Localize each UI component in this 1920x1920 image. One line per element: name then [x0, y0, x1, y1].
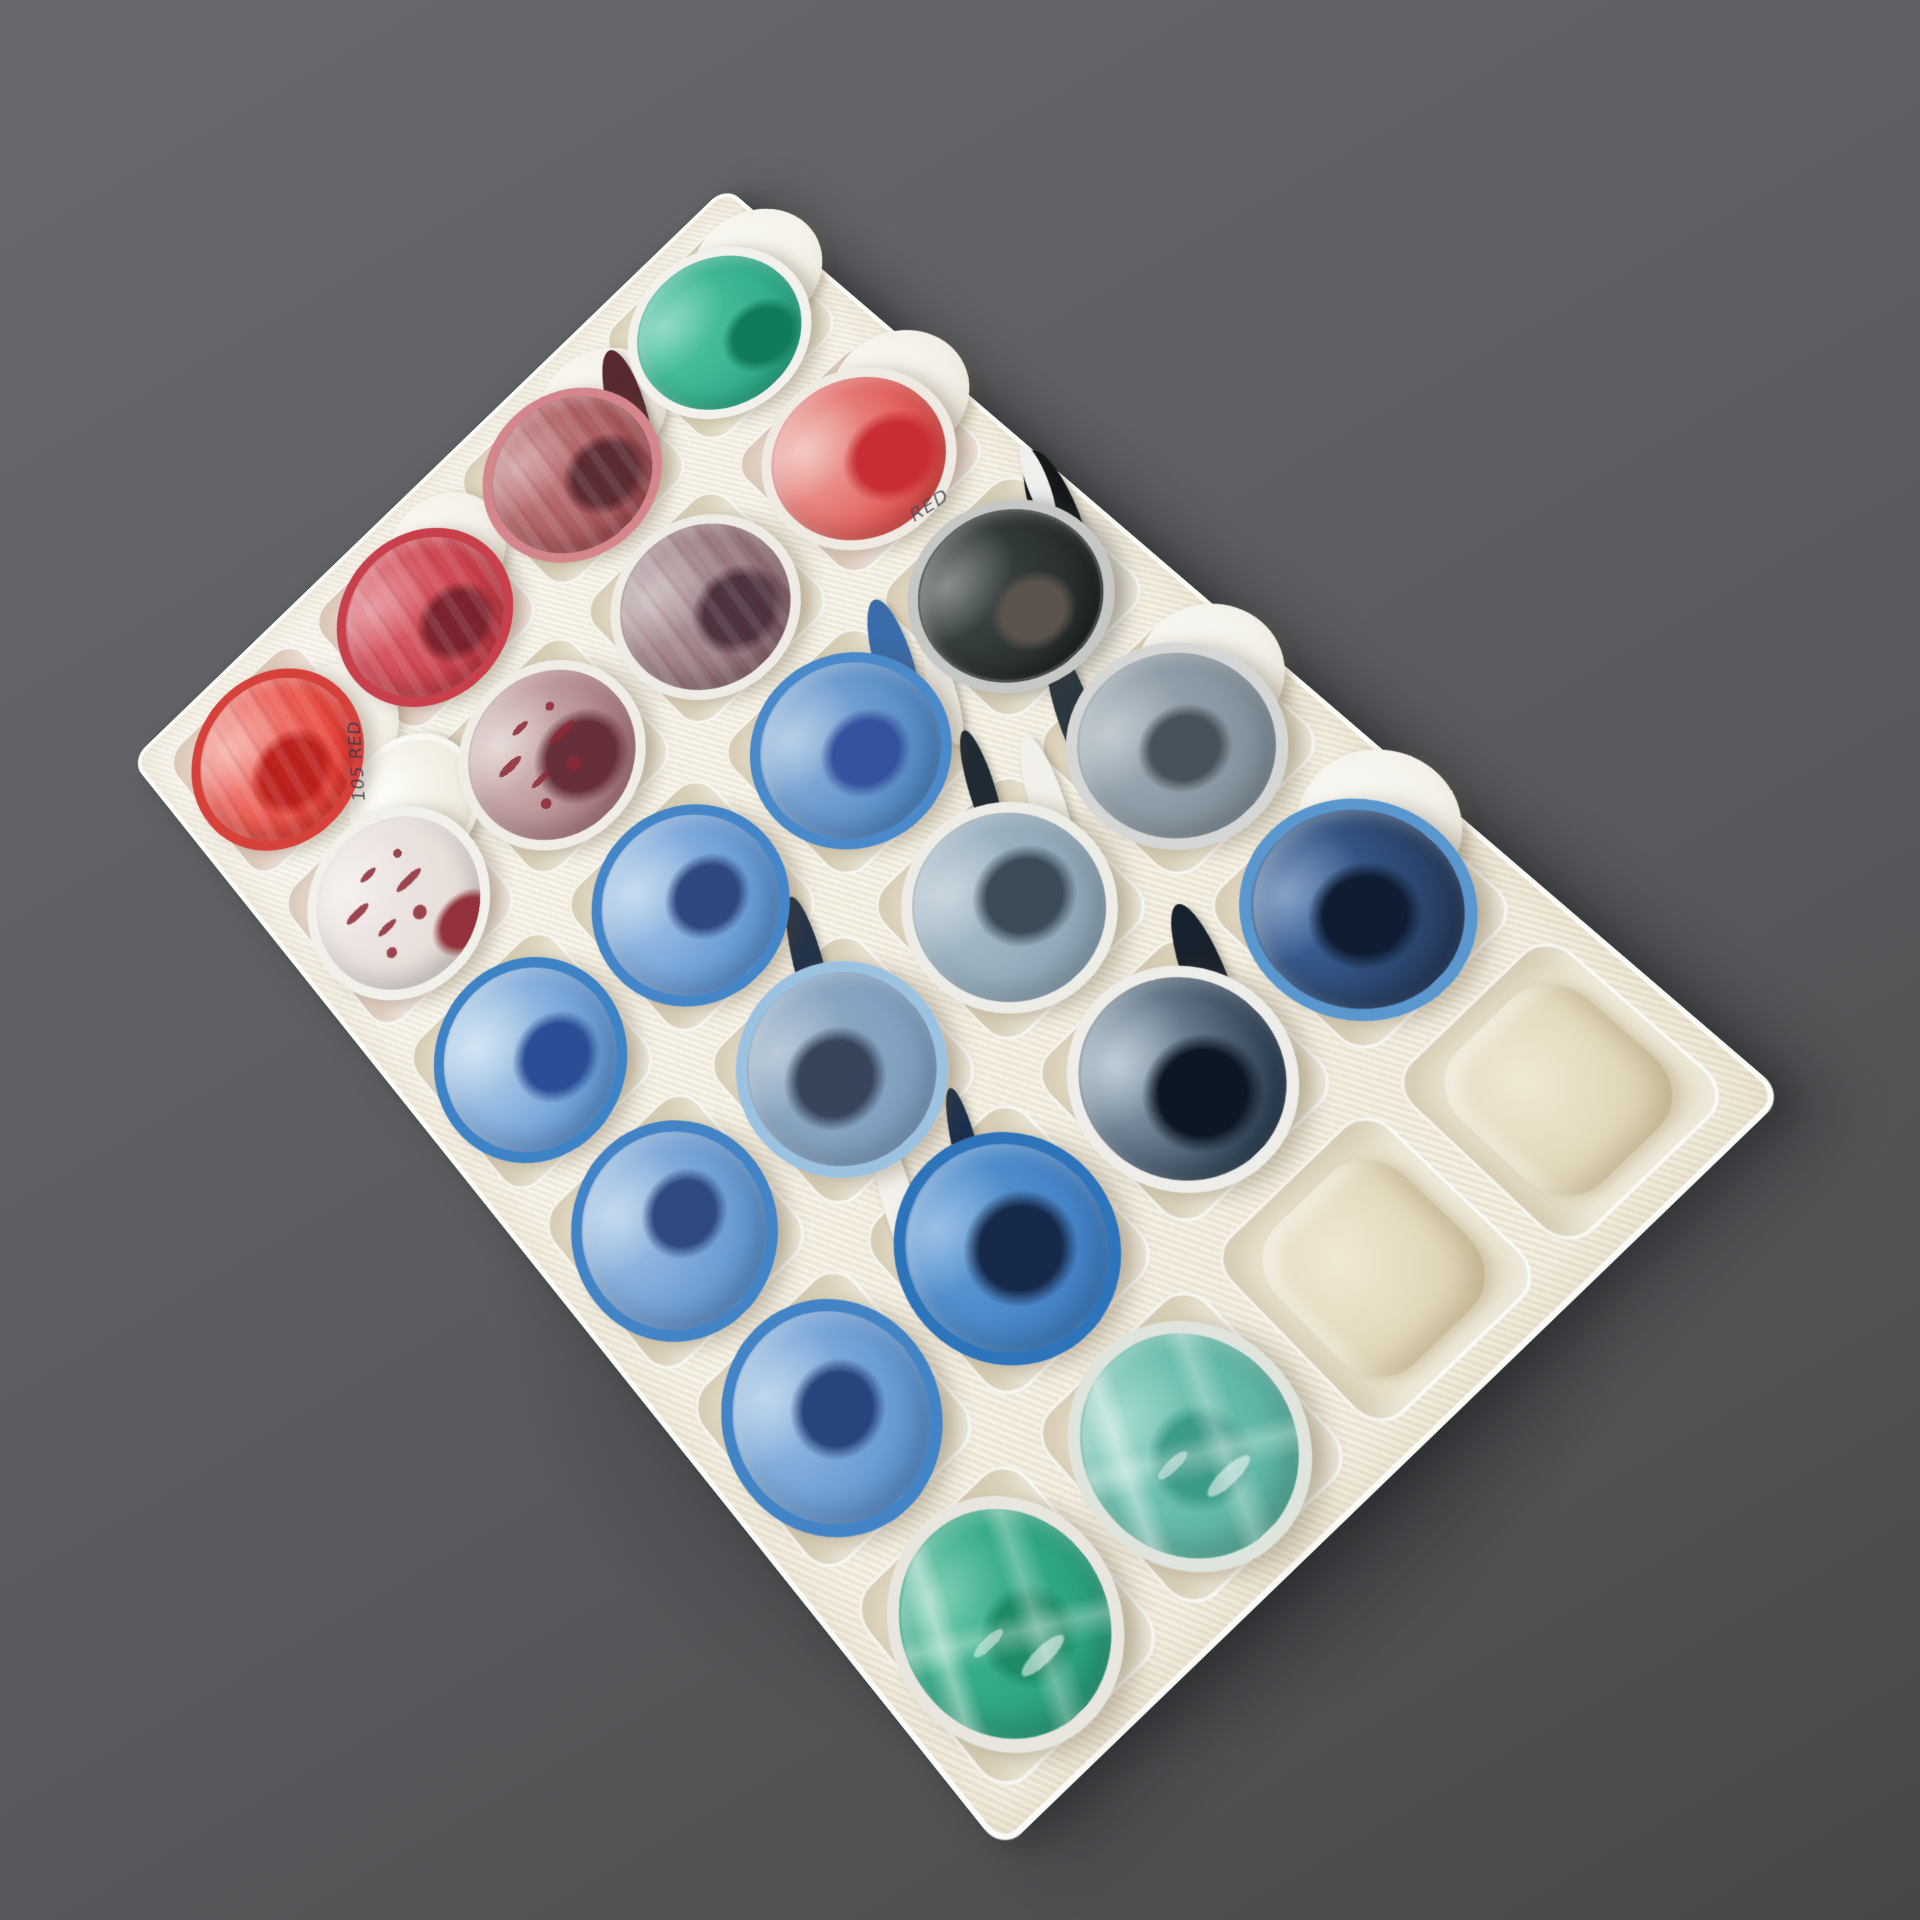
paint-pool: [420, 874, 513, 971]
scene-paint-tray-photo: 105 REDRED: [0, 0, 1920, 1920]
paint-pool: [763, 1005, 908, 1153]
paint-pool: [400, 564, 514, 680]
paint-pool: [1127, 1383, 1276, 1535]
paint-pool: [516, 689, 649, 824]
paint-pool: [1284, 840, 1447, 992]
paint-pool: [1118, 686, 1253, 812]
paint-pool: [647, 836, 768, 959]
empty-cell-dome: [1241, 1139, 1507, 1399]
paint-pool: [802, 691, 931, 817]
paint-pool: [771, 1338, 906, 1482]
paint-pool: [951, 824, 1099, 968]
paint-pool: [960, 1562, 1100, 1711]
paint-pool: [495, 992, 619, 1123]
paint-pool: [1117, 1010, 1288, 1177]
paint-pool: [234, 710, 352, 835]
paint-pool: [706, 283, 819, 388]
paint-pool: [545, 416, 666, 534]
paint-pool: [673, 546, 804, 674]
paint-pool: [973, 555, 1095, 669]
empty-cell-dome: [1422, 964, 1694, 1218]
paint-pool: [624, 1150, 745, 1278]
paint-pool: [940, 1166, 1101, 1331]
